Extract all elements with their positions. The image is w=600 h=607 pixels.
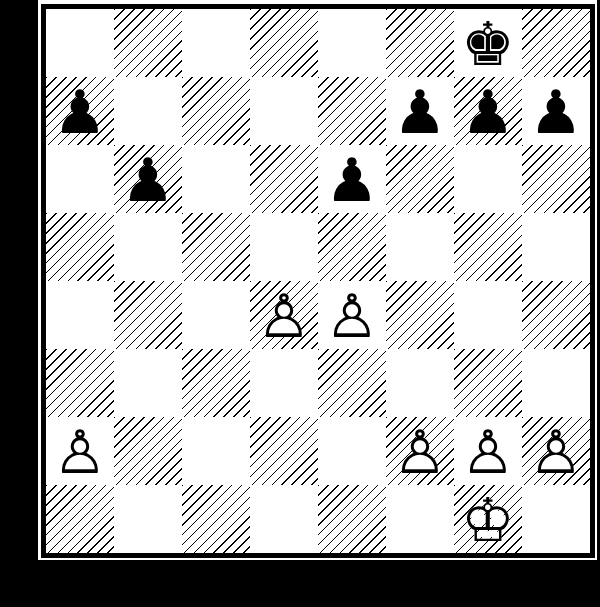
square-g8[interactable]: ♚	[454, 9, 522, 77]
square-f6[interactable]	[386, 145, 454, 213]
black-pawn-e6[interactable]: ♟	[318, 145, 386, 213]
square-b8[interactable]	[114, 9, 182, 77]
board-frame: ♚♟♟♟♟♟♟♟♙♟♙♟♙♟♙♟♙♟♙♚♔	[41, 4, 595, 558]
square-g6[interactable]	[454, 145, 522, 213]
square-h7[interactable]: ♟	[522, 77, 590, 145]
square-d6[interactable]	[250, 145, 318, 213]
square-h8[interactable]	[522, 9, 590, 77]
piece-glyph: ♟	[114, 146, 182, 214]
square-f7[interactable]: ♟	[386, 77, 454, 145]
chess-board: ♚♟♟♟♟♟♟♟♙♟♙♟♙♟♙♟♙♟♙♚♔	[46, 9, 590, 553]
square-f3[interactable]	[386, 349, 454, 417]
white-pawn-e4[interactable]: ♟♙	[318, 281, 386, 349]
piece-glyph: ♚	[454, 10, 522, 78]
white-pawn-g2[interactable]: ♟♙	[454, 417, 522, 485]
square-b3[interactable]	[114, 349, 182, 417]
square-b4[interactable]	[114, 281, 182, 349]
piece-outline: ♙	[318, 282, 386, 350]
piece-glyph: ♟	[386, 78, 454, 146]
square-f8[interactable]	[386, 9, 454, 77]
square-a8[interactable]	[46, 9, 114, 77]
piece-outline: ♙	[454, 418, 522, 486]
square-b1[interactable]	[114, 485, 182, 553]
black-pawn-g7[interactable]: ♟	[454, 77, 522, 145]
square-e4[interactable]: ♟♙	[318, 281, 386, 349]
square-a7[interactable]: ♟	[46, 77, 114, 145]
black-pawn-f7[interactable]: ♟	[386, 77, 454, 145]
square-c7[interactable]	[182, 77, 250, 145]
square-d3[interactable]	[250, 349, 318, 417]
square-f1[interactable]	[386, 485, 454, 553]
square-b2[interactable]	[114, 417, 182, 485]
square-a4[interactable]	[46, 281, 114, 349]
square-c6[interactable]	[182, 145, 250, 213]
square-h1[interactable]	[522, 485, 590, 553]
square-d7[interactable]	[250, 77, 318, 145]
square-e2[interactable]	[318, 417, 386, 485]
square-e5[interactable]	[318, 213, 386, 281]
square-d4[interactable]: ♟♙	[250, 281, 318, 349]
square-c1[interactable]	[182, 485, 250, 553]
square-g3[interactable]	[454, 349, 522, 417]
black-pawn-a7[interactable]: ♟	[46, 77, 114, 145]
square-b5[interactable]	[114, 213, 182, 281]
square-g1[interactable]: ♚♔	[454, 485, 522, 553]
piece-outline: ♙	[46, 418, 114, 486]
white-pawn-f2[interactable]: ♟♙	[386, 417, 454, 485]
black-king-g8[interactable]: ♚	[454, 9, 522, 77]
square-c5[interactable]	[182, 213, 250, 281]
square-c2[interactable]	[182, 417, 250, 485]
square-h6[interactable]	[522, 145, 590, 213]
black-pawn-b6[interactable]: ♟	[114, 145, 182, 213]
square-c8[interactable]	[182, 9, 250, 77]
piece-glyph: ♟	[318, 146, 386, 214]
white-pawn-h2[interactable]: ♟♙	[522, 417, 590, 485]
square-f2[interactable]: ♟♙	[386, 417, 454, 485]
square-a6[interactable]	[46, 145, 114, 213]
square-c4[interactable]	[182, 281, 250, 349]
square-e1[interactable]	[318, 485, 386, 553]
square-e3[interactable]	[318, 349, 386, 417]
square-d2[interactable]	[250, 417, 318, 485]
page-canvas: ♚♟♟♟♟♟♟♟♙♟♙♟♙♟♙♟♙♟♙♚♔	[0, 0, 600, 607]
square-e6[interactable]: ♟	[318, 145, 386, 213]
square-h2[interactable]: ♟♙	[522, 417, 590, 485]
square-a1[interactable]	[46, 485, 114, 553]
white-king-g1[interactable]: ♚♔	[454, 485, 522, 553]
piece-outline: ♙	[522, 418, 590, 486]
square-b6[interactable]: ♟	[114, 145, 182, 213]
square-g5[interactable]	[454, 213, 522, 281]
square-e8[interactable]	[318, 9, 386, 77]
square-f4[interactable]	[386, 281, 454, 349]
square-g4[interactable]	[454, 281, 522, 349]
piece-outline: ♙	[250, 282, 318, 350]
square-e7[interactable]	[318, 77, 386, 145]
square-d1[interactable]	[250, 485, 318, 553]
black-pawn-h7[interactable]: ♟	[522, 77, 590, 145]
square-d5[interactable]	[250, 213, 318, 281]
square-g7[interactable]: ♟	[454, 77, 522, 145]
white-pawn-a2[interactable]: ♟♙	[46, 417, 114, 485]
white-pawn-d4[interactable]: ♟♙	[250, 281, 318, 349]
square-h4[interactable]	[522, 281, 590, 349]
square-h3[interactable]	[522, 349, 590, 417]
piece-glyph: ♟	[522, 78, 590, 146]
square-a5[interactable]	[46, 213, 114, 281]
piece-outline: ♔	[454, 486, 522, 554]
square-g2[interactable]: ♟♙	[454, 417, 522, 485]
piece-glyph: ♟	[46, 78, 114, 146]
chess-diagram: ♚♟♟♟♟♟♟♟♙♟♙♟♙♟♙♟♙♟♙♚♔	[38, 0, 597, 560]
square-a2[interactable]: ♟♙	[46, 417, 114, 485]
square-a3[interactable]	[46, 349, 114, 417]
square-d8[interactable]	[250, 9, 318, 77]
square-b7[interactable]	[114, 77, 182, 145]
square-f5[interactable]	[386, 213, 454, 281]
square-h5[interactable]	[522, 213, 590, 281]
piece-outline: ♙	[386, 418, 454, 486]
piece-glyph: ♟	[454, 78, 522, 146]
square-c3[interactable]	[182, 349, 250, 417]
